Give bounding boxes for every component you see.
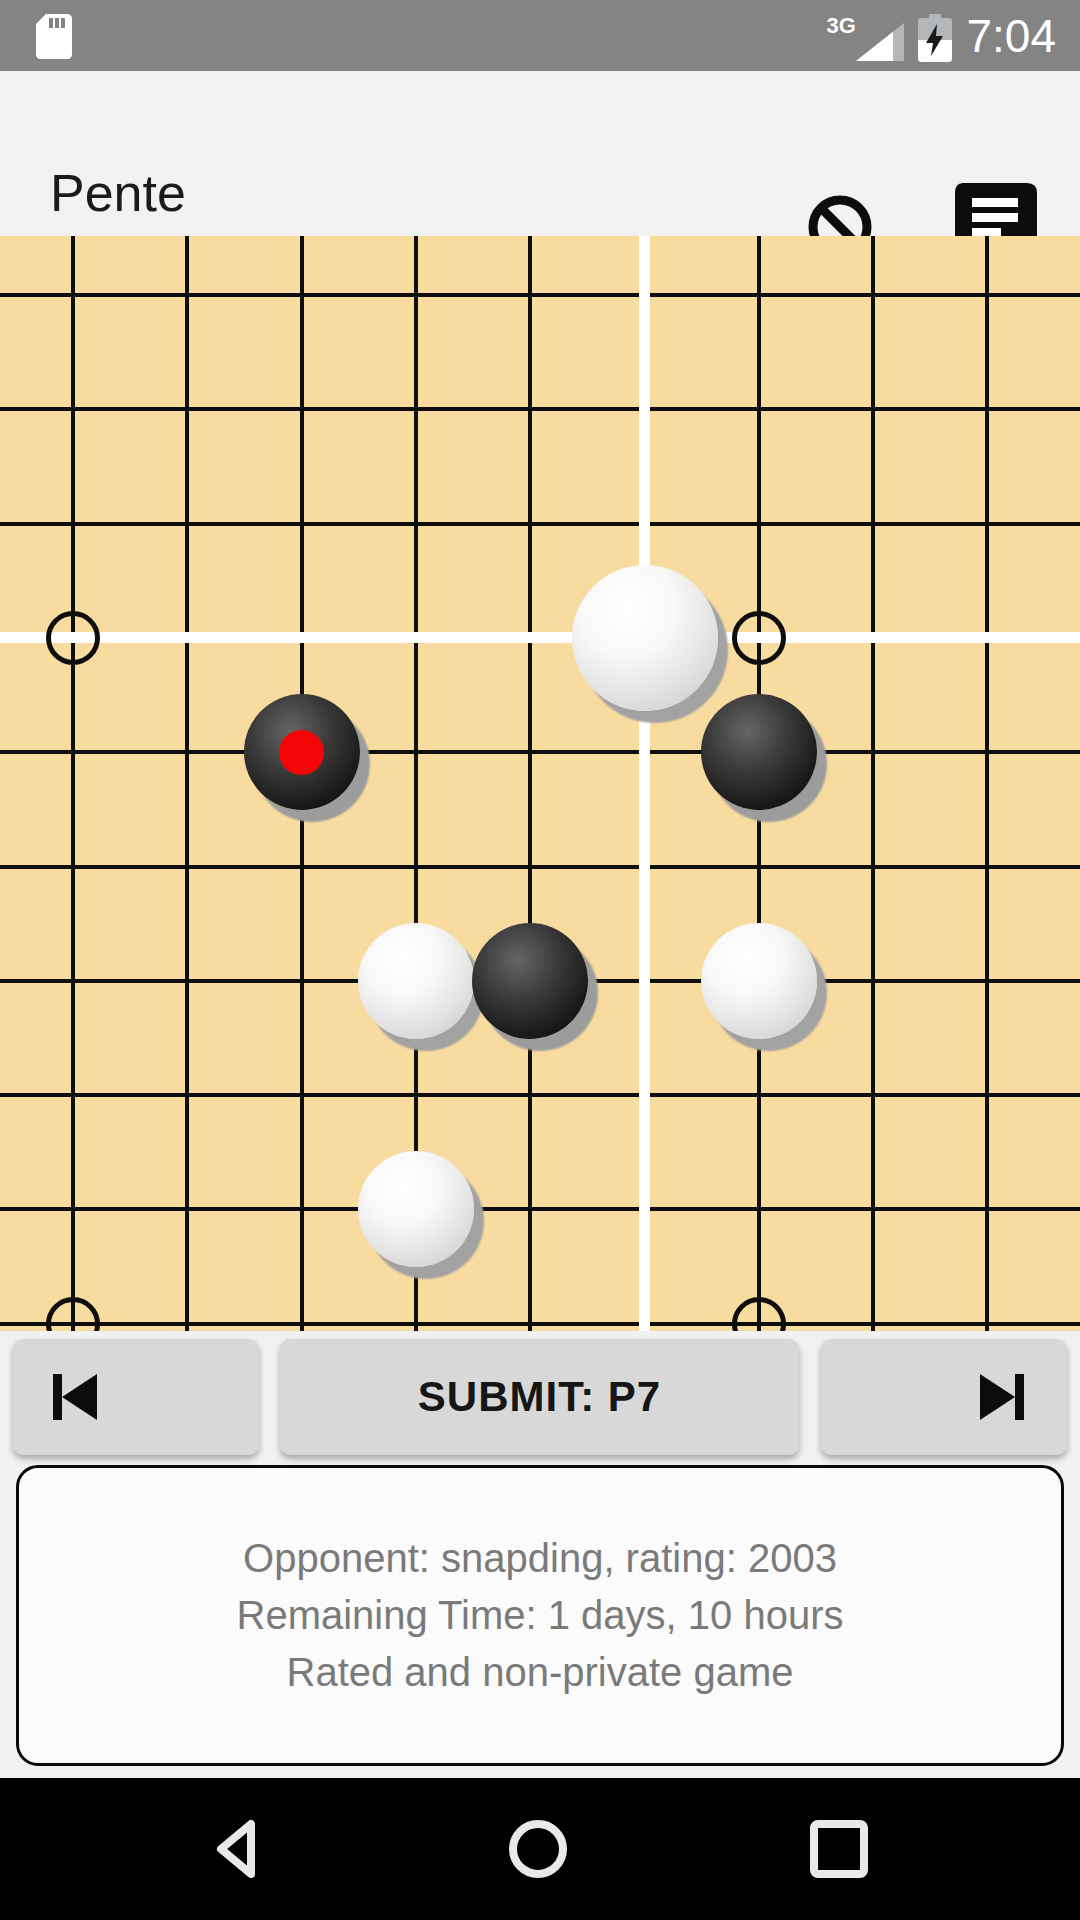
game-type-info: Rated and non-private game <box>287 1644 794 1701</box>
board[interactable] <box>0 236 1080 1331</box>
move-controls: SUBMIT: P7 <box>0 1339 1080 1455</box>
skip-next-icon <box>980 1372 1024 1422</box>
previous-move-button[interactable] <box>13 1339 259 1455</box>
grid-line-horizontal <box>0 1322 1080 1326</box>
signal-icon: 3G <box>826 17 904 61</box>
page-title: Pente <box>50 163 186 223</box>
submit-label: SUBMIT: P7 <box>418 1373 661 1421</box>
recents-icon[interactable] <box>809 1819 869 1879</box>
hoshi-point <box>46 1297 100 1331</box>
sd-card-icon <box>36 14 72 59</box>
grid-line-vertical <box>528 236 532 1331</box>
stone-black <box>472 923 588 1039</box>
android-nav-bar <box>0 1778 1080 1920</box>
app-header: Pente x 0 - x 0 <box>0 71 1080 236</box>
grid-line-horizontal <box>0 1207 1080 1211</box>
grid-line-horizontal <box>0 293 1080 297</box>
remaining-time-info: Remaining Time: 1 days, 10 hours <box>237 1587 844 1644</box>
grid-line-vertical <box>71 236 75 1331</box>
pending-move-marker <box>279 730 324 775</box>
stone-white <box>358 923 474 1039</box>
grid-line-horizontal <box>0 750 1080 754</box>
grid-line-vertical <box>985 236 989 1331</box>
stone-white <box>572 565 718 711</box>
grid-line-horizontal <box>0 865 1080 869</box>
skip-previous-icon <box>53 1372 97 1422</box>
stone-white <box>358 1151 474 1267</box>
status-bar: 3G 7:04 <box>0 0 1080 71</box>
clock: 7:04 <box>966 9 1056 63</box>
highlight-line-vertical <box>639 236 650 1331</box>
stone-white <box>701 923 817 1039</box>
grid-line-vertical <box>871 236 875 1331</box>
grid-line-vertical <box>185 236 189 1331</box>
stone-black <box>701 694 817 810</box>
game-info-box: Opponent: snapding, rating: 2003 Remaini… <box>16 1465 1064 1766</box>
back-icon[interactable] <box>212 1819 268 1879</box>
grid-line-horizontal <box>0 522 1080 526</box>
hoshi-point <box>732 1297 786 1331</box>
hoshi-point <box>46 611 100 665</box>
next-move-button[interactable] <box>821 1339 1067 1455</box>
submit-move-button[interactable]: SUBMIT: P7 <box>280 1339 799 1455</box>
grid-line-horizontal <box>0 1093 1080 1097</box>
tentative-stone[interactable] <box>244 694 360 810</box>
battery-charging-icon <box>918 14 952 62</box>
hoshi-point <box>732 611 786 665</box>
network-type-label: 3G <box>826 13 855 39</box>
opponent-info: Opponent: snapding, rating: 2003 <box>243 1530 837 1587</box>
grid-line-horizontal <box>0 407 1080 411</box>
home-icon[interactable] <box>508 1819 568 1879</box>
highlight-line-horizontal <box>0 632 1080 643</box>
